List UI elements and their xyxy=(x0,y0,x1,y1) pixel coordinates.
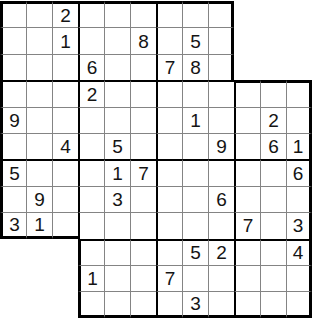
sudoku-cell-r9c5[interactable] xyxy=(130,239,156,265)
sudoku-cell-r6c8[interactable] xyxy=(208,159,234,185)
sudoku-cell-r6c9[interactable] xyxy=(234,159,260,185)
sudoku-cell-r0c4[interactable] xyxy=(104,1,130,27)
sudoku-cell-r5c7[interactable] xyxy=(182,133,208,159)
sudoku-cell-r8c10[interactable] xyxy=(260,212,286,238)
sudoku-cell-r7c7[interactable] xyxy=(182,186,208,212)
sudoku-cell-r6c1[interactable] xyxy=(26,159,52,185)
sudoku-cell-r6c3[interactable] xyxy=(78,159,104,185)
sudoku-cell-r7c0[interactable] xyxy=(0,186,26,212)
sudoku-cell-r7c8-given: 6 xyxy=(208,186,234,212)
sudoku-cell-r10c3-given: 1 xyxy=(78,265,104,291)
sudoku-cell-r8c4[interactable] xyxy=(104,212,130,238)
sudoku-cell-r1c6[interactable] xyxy=(156,27,182,53)
sudoku-cell-r4c4[interactable] xyxy=(104,107,130,133)
sudoku-cell-r9c4[interactable] xyxy=(104,239,130,265)
sudoku-cell-r7c2[interactable] xyxy=(52,186,78,212)
sudoku-cell-r3c3-given: 2 xyxy=(78,80,104,106)
sudoku-cell-r5c8-given: 9 xyxy=(208,133,234,159)
sudoku-cell-r3c5[interactable] xyxy=(130,80,156,106)
outside-area-r1c11 xyxy=(286,27,312,53)
sudoku-cell-r6c2[interactable] xyxy=(52,159,78,185)
sudoku-cell-r11c5[interactable] xyxy=(130,291,156,317)
sudoku-cell-r1c0[interactable] xyxy=(0,27,26,53)
sudoku-cell-r9c8-given: 2 xyxy=(208,239,234,265)
sudoku-cell-r3c8[interactable] xyxy=(208,80,234,106)
sudoku-cell-r6c4-given: 1 xyxy=(104,159,130,185)
sudoku-cell-r0c0[interactable] xyxy=(0,1,26,27)
sudoku-cell-r0c8[interactable] xyxy=(208,1,234,27)
sudoku-cell-r7c1-given: 9 xyxy=(26,186,52,212)
sudoku-cell-r10c6-given: 7 xyxy=(156,265,182,291)
sudoku-cell-r8c7[interactable] xyxy=(182,212,208,238)
sudoku-cell-r4c6[interactable] xyxy=(156,107,182,133)
sudoku-cell-r4c10-given: 2 xyxy=(260,107,286,133)
sudoku-cell-r5c2-given: 4 xyxy=(52,133,78,159)
sudoku-cell-r4c7-given: 1 xyxy=(182,107,208,133)
sudoku-cell-r9c10[interactable] xyxy=(260,239,286,265)
sudoku-cell-r1c5-given: 8 xyxy=(130,27,156,53)
sudoku-cell-r3c9[interactable] xyxy=(234,80,260,106)
sudoku-cell-r10c10[interactable] xyxy=(260,265,286,291)
sudoku-cell-r2c4[interactable] xyxy=(104,54,130,80)
sudoku-cell-r1c4[interactable] xyxy=(104,27,130,53)
outside-area-r11c2 xyxy=(52,291,78,317)
outside-area-r2c11 xyxy=(286,54,312,80)
sudoku-cell-r11c6[interactable] xyxy=(156,291,182,317)
outside-area-r11c1 xyxy=(26,291,52,317)
sudoku-cell-r6c6[interactable] xyxy=(156,159,182,185)
sudoku-cell-r8c8[interactable] xyxy=(208,212,234,238)
sudoku-cell-r9c9[interactable] xyxy=(234,239,260,265)
sudoku-cell-r1c7-given: 5 xyxy=(182,27,208,53)
sudoku-cell-r4c8[interactable] xyxy=(208,107,234,133)
outside-area-r1c9 xyxy=(234,27,260,53)
sudoku-cell-r2c8[interactable] xyxy=(208,54,234,80)
sudoku-cell-r0c2-given: 2 xyxy=(52,1,78,27)
sudoku-cell-r1c1[interactable] xyxy=(26,27,52,53)
sudoku-cell-r8c3[interactable] xyxy=(78,212,104,238)
sudoku-cell-r5c6[interactable] xyxy=(156,133,182,159)
sudoku-cell-r7c3[interactable] xyxy=(78,186,104,212)
sudoku-cell-r3c6[interactable] xyxy=(156,80,182,106)
sudoku-cell-r11c7-given: 3 xyxy=(182,291,208,317)
sudoku-cell-r5c0[interactable] xyxy=(0,133,26,159)
sudoku-cell-r3c11[interactable] xyxy=(286,80,312,106)
sudoku-cell-r10c4[interactable] xyxy=(104,265,130,291)
sudoku-cell-r0c6[interactable] xyxy=(156,1,182,27)
sudoku-cell-r2c7-given: 8 xyxy=(182,54,208,80)
sudoku-cell-r1c3[interactable] xyxy=(78,27,104,53)
sudoku-cell-r8c1-given: 1 xyxy=(26,212,52,238)
sudoku-cell-r7c9[interactable] xyxy=(234,186,260,212)
sudoku-cell-r11c4[interactable] xyxy=(104,291,130,317)
sudoku-cell-r6c0-given: 5 xyxy=(0,159,26,185)
sudoku-cell-r3c2[interactable] xyxy=(52,80,78,106)
sudoku-cell-r0c7[interactable] xyxy=(182,1,208,27)
sudoku-cell-r10c5[interactable] xyxy=(130,265,156,291)
sudoku-cell-r7c11[interactable] xyxy=(286,186,312,212)
sudoku-cell-r3c10[interactable] xyxy=(260,80,286,106)
sudoku-cell-r6c11-given: 6 xyxy=(286,159,312,185)
sudoku-cell-r7c4-given: 3 xyxy=(104,186,130,212)
sudoku-cell-r8c9-given: 7 xyxy=(234,212,260,238)
sudoku-cell-r2c5[interactable] xyxy=(130,54,156,80)
sudoku-cell-r10c9[interactable] xyxy=(234,265,260,291)
sudoku-cell-r11c11[interactable] xyxy=(286,291,312,317)
sudoku-cell-r6c10[interactable] xyxy=(260,159,286,185)
sudoku-cell-r2c1[interactable] xyxy=(26,54,52,80)
sudoku-cell-r9c7-given: 5 xyxy=(182,239,208,265)
sudoku-cell-r4c3[interactable] xyxy=(78,107,104,133)
sudoku-cell-r4c2[interactable] xyxy=(52,107,78,133)
sudoku-cell-r6c5-given: 7 xyxy=(130,159,156,185)
sudoku-cell-r10c8[interactable] xyxy=(208,265,234,291)
sudoku-cell-r5c10-given: 6 xyxy=(260,133,286,159)
outside-area-r9c2 xyxy=(52,239,78,265)
sudoku-cell-r6c7[interactable] xyxy=(182,159,208,185)
outside-area-r10c0 xyxy=(0,265,26,291)
outside-area-r9c1 xyxy=(26,239,52,265)
sudoku-cell-r8c11-given: 3 xyxy=(286,212,312,238)
sudoku-cell-r3c7[interactable] xyxy=(182,80,208,106)
outside-area-r10c1 xyxy=(26,265,52,291)
sudoku-cell-r8c2[interactable] xyxy=(52,212,78,238)
sudoku-cell-r3c4[interactable] xyxy=(104,80,130,106)
outside-area-r10c2 xyxy=(52,265,78,291)
sudoku-cell-r5c3[interactable] xyxy=(78,133,104,159)
sudoku-cell-r10c11[interactable] xyxy=(286,265,312,291)
sudoku-cell-r3c1[interactable] xyxy=(26,80,52,106)
sudoku-cell-r11c8[interactable] xyxy=(208,291,234,317)
sudoku-cell-r2c6-given: 7 xyxy=(156,54,182,80)
outside-area-r1c10 xyxy=(260,27,286,53)
sudoku-cell-r5c5[interactable] xyxy=(130,133,156,159)
sudoku-cell-r2c0[interactable] xyxy=(0,54,26,80)
sudoku-cell-r8c5[interactable] xyxy=(130,212,156,238)
outside-area-r0c10 xyxy=(260,1,286,27)
outside-area-r9c0 xyxy=(0,239,26,265)
sudoku-cell-r5c11-given: 1 xyxy=(286,133,312,159)
sudoku-cell-r11c10[interactable] xyxy=(260,291,286,317)
sudoku-cell-r8c0-given: 3 xyxy=(0,212,26,238)
sudoku-cell-r7c5[interactable] xyxy=(130,186,156,212)
sudoku-cell-r4c5[interactable] xyxy=(130,107,156,133)
outside-area-r0c9 xyxy=(234,1,260,27)
sudoku-cell-r11c3[interactable] xyxy=(78,291,104,317)
sudoku-cell-r4c9[interactable] xyxy=(234,107,260,133)
sudoku-cell-r9c3[interactable] xyxy=(78,239,104,265)
sudoku-cell-r0c3[interactable] xyxy=(78,1,104,27)
sudoku-cell-r7c10[interactable] xyxy=(260,186,286,212)
sudoku-cell-r10c7[interactable] xyxy=(182,265,208,291)
sudoku-cell-r11c9[interactable] xyxy=(234,291,260,317)
sudoku-cell-r9c6[interactable] xyxy=(156,239,182,265)
sudoku-cell-r7c6[interactable] xyxy=(156,186,182,212)
sudoku-cell-r8c6[interactable] xyxy=(156,212,182,238)
sudoku-cell-r1c2-given: 1 xyxy=(52,27,78,53)
sudoku-board: 218567829124596151769363173524173 xyxy=(0,1,312,319)
sudoku-cell-r0c5[interactable] xyxy=(130,1,156,27)
sudoku-cell-r2c3-given: 6 xyxy=(78,54,104,80)
sudoku-cell-r4c11[interactable] xyxy=(286,107,312,133)
sudoku-cell-r9c11-given: 4 xyxy=(286,239,312,265)
sudoku-cell-r5c1[interactable] xyxy=(26,133,52,159)
sudoku-cell-r4c0-given: 9 xyxy=(0,107,26,133)
outside-area-r2c9 xyxy=(234,54,260,80)
sudoku-cell-r2c2[interactable] xyxy=(52,54,78,80)
sudoku-cell-r5c9[interactable] xyxy=(234,133,260,159)
sudoku-cell-r0c1[interactable] xyxy=(26,1,52,27)
sudoku-cell-r5c4-given: 5 xyxy=(104,133,130,159)
outside-area-r0c11 xyxy=(286,1,312,27)
sudoku-cell-r4c1[interactable] xyxy=(26,107,52,133)
outside-area-r2c10 xyxy=(260,54,286,80)
sudoku-cell-r1c8[interactable] xyxy=(208,27,234,53)
sudoku-cell-r3c0[interactable] xyxy=(0,80,26,106)
outside-area-r11c0 xyxy=(0,291,26,317)
